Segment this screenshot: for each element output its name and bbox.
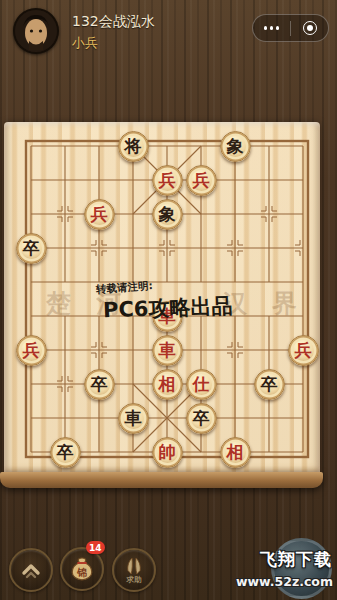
hint-count-badge: 14	[86, 541, 105, 554]
piece-red-兵[interactable]: 兵	[186, 165, 217, 196]
circle-dot-icon	[303, 21, 317, 35]
piece-red-帥[interactable]: 帥	[152, 437, 183, 468]
exit-button[interactable]	[291, 15, 328, 41]
help-label: 求助	[126, 575, 143, 584]
piece-black-卒[interactable]: 卒	[254, 369, 285, 400]
help-button[interactable]: 求助	[112, 548, 156, 592]
piece-black-象[interactable]: 象	[152, 199, 183, 230]
piece-red-兵[interactable]: 兵	[84, 199, 115, 230]
piece-black-卒[interactable]: 卒	[186, 403, 217, 434]
piece-black-卒[interactable]: 卒	[16, 233, 47, 264]
piece-red-相[interactable]: 相	[152, 369, 183, 400]
praying-hands-icon: 求助	[118, 554, 150, 586]
bag-character: 锦	[76, 567, 87, 578]
avatar	[13, 8, 59, 54]
piece-black-卒[interactable]: 卒	[50, 437, 81, 468]
more-button[interactable]	[253, 15, 290, 41]
board-edge-bevel	[0, 472, 323, 488]
piece-red-兵[interactable]: 兵	[16, 335, 47, 366]
site-url: www.52z.com	[236, 574, 333, 589]
site-name: 飞翔下载	[260, 548, 332, 571]
level-title: 132会战泓水	[72, 13, 155, 31]
piece-black-車[interactable]: 車	[118, 403, 149, 434]
piece-black-卒[interactable]: 卒	[84, 369, 115, 400]
piece-red-相[interactable]: 相	[220, 437, 251, 468]
expand-button[interactable]	[9, 548, 53, 592]
piece-red-兵[interactable]: 兵	[288, 335, 319, 366]
piece-red-車[interactable]: 車	[152, 335, 183, 366]
more-dots-icon	[270, 26, 274, 30]
wechat-capsule	[252, 14, 329, 42]
avatar-face-icon	[15, 10, 57, 52]
piece-red-仕[interactable]: 仕	[186, 369, 217, 400]
more-dots-icon	[276, 26, 280, 30]
player-rank-label: 小兵	[72, 34, 98, 52]
piece-black-将[interactable]: 将	[118, 131, 149, 162]
top-bar: 132会战泓水 小兵	[0, 0, 337, 62]
money-bag-icon: 锦	[66, 553, 98, 585]
piece-red-兵[interactable]: 兵	[152, 165, 183, 196]
app-screen: 132会战泓水 小兵 楚河 汉界 将象兵兵兵象卒車兵車兵卒相仕卒車卒卒帥相 转载…	[0, 0, 337, 600]
more-dots-icon	[264, 26, 268, 30]
site-watermark: 飞翔下载 www.52z.com	[227, 537, 337, 597]
piece-black-象[interactable]: 象	[220, 131, 251, 162]
chevron-up-icon	[17, 556, 45, 584]
watermark-brand: PC6攻略出品	[103, 292, 233, 324]
